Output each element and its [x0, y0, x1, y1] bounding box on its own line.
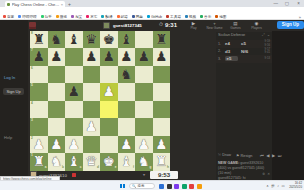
piece-bq-d8[interactable]: ♛︎: [85, 32, 97, 46]
window-close-button[interactable]: ×: [297, 1, 300, 6]
taskbar-app-icon[interactable]: [189, 184, 194, 189]
square-d4[interactable]: [83, 101, 101, 119]
player-badge: [72, 173, 76, 177]
chat-header-icons: ⊕✕: [260, 161, 270, 179]
piece-wp-a2[interactable]: ♟︎: [33, 137, 45, 151]
bookmark-favicon-icon: [185, 15, 188, 18]
bookmark-favicon-icon: [3, 15, 6, 18]
page-content: Log In Sign Up Help guest8127345 ⏱ 9:31 …: [0, 20, 304, 180]
bookmark-item[interactable]: 微博: [56, 15, 67, 19]
bookmark-label: 邮箱: [121, 15, 128, 19]
piece-bn-f6[interactable]: ♞︎: [120, 67, 132, 81]
bookmark-label: 网盘: [136, 15, 143, 19]
square-e4[interactable]: [100, 101, 118, 119]
square-g3[interactable]: [135, 118, 153, 136]
signup-button[interactable]: Sign Up: [277, 21, 304, 30]
bookmark-favicon-icon: [166, 15, 169, 18]
bookmark-label: 知乎: [45, 15, 52, 19]
search-icon: 🔍: [132, 184, 136, 188]
tray-chevron-icon[interactable]: ∧: [266, 184, 268, 188]
piece-wn-g1[interactable]: ♞︎: [138, 155, 150, 169]
bookmark-favicon-icon: [41, 15, 44, 18]
bookmark-item[interactable]: 邮箱: [117, 15, 128, 19]
square-h3[interactable]: [153, 118, 171, 136]
rank-label: 5: [31, 84, 33, 87]
bookmark-label: 工具箱: [170, 15, 181, 19]
window-maximize-button[interactable]: ▢: [285, 1, 289, 6]
piece-wn-b1[interactable]: ♞︎: [50, 155, 62, 169]
piece-wr-h1[interactable]: ♜︎: [155, 155, 167, 169]
bookmark-label: 百度: [7, 15, 14, 19]
panel-tab-new-game[interactable]: ＋New Game: [204, 21, 225, 30]
move-list: 1.e4c59:599:562.d3Nf69:579:413.e59:53: [216, 40, 272, 63]
square-f1[interactable]: f♝︎: [118, 153, 136, 171]
opponent-avatar[interactable]: [103, 22, 110, 29]
square-e7[interactable]: ♟︎: [100, 48, 118, 66]
tab-title: Play Chess Online - Chess.com: [12, 2, 60, 7]
bookmark-favicon-icon: [200, 15, 203, 18]
logo-icon: [29, 22, 36, 29]
file-label: a: [45, 166, 47, 169]
move-row: 1.e4c59:599:56: [216, 40, 272, 48]
bookmark-label: 翻译: [105, 15, 112, 19]
square-c2[interactable]: ♟︎: [65, 136, 83, 154]
tab-label: New Game: [207, 26, 223, 30]
bookmark-favicon-icon: [147, 15, 150, 18]
piece-bn-b8[interactable]: ♞︎: [50, 32, 62, 46]
move-row: 3.e59:53: [216, 55, 272, 63]
opponent-clock: ⏱ 9:31: [159, 21, 177, 28]
bookmark-item[interactable]: 百度: [3, 15, 14, 19]
tab-label: Games: [230, 26, 240, 30]
square-d6[interactable]: [83, 66, 101, 84]
square-g8[interactable]: [135, 31, 153, 49]
piece-bk-e8[interactable]: ♚︎: [103, 32, 115, 46]
rank-label: 3: [31, 119, 33, 122]
square-f3[interactable]: [118, 118, 136, 136]
bookmark-label: 京东: [90, 15, 97, 19]
ime-icon[interactable]: 拼: [271, 184, 274, 188]
bookmark-favicon-icon: [117, 15, 120, 18]
move-number: 1.: [218, 42, 225, 46]
square-g5[interactable]: [135, 83, 153, 101]
piece-wp-f2[interactable]: ♟︎: [120, 137, 132, 151]
square-a4[interactable]: 4: [30, 101, 48, 119]
taskbar: 🔍 搜索 ∧拼♪▭ 16:42 2025/5/20: [0, 180, 304, 190]
bookmark-favicon-icon: [132, 15, 135, 18]
chat-close-icon[interactable]: ✕: [267, 172, 270, 176]
square-c3[interactable]: [65, 118, 83, 136]
move-times: 9:579:41: [265, 48, 270, 55]
file-label: f: [133, 166, 134, 169]
square-d8[interactable]: ♛︎: [83, 31, 101, 49]
square-d1[interactable]: d♛︎: [83, 153, 101, 171]
file-label: b: [62, 166, 64, 169]
collapse-icon[interactable]: ⌄: [267, 33, 270, 37]
square-e2[interactable]: [100, 136, 118, 154]
piece-wk-e1[interactable]: ♚︎: [103, 155, 115, 169]
piece-bp-c5[interactable]: ♟︎: [68, 85, 80, 99]
sidebar-help-link[interactable]: Help: [4, 135, 12, 140]
square-f8[interactable]: ♝︎: [118, 31, 136, 49]
piece-wp-c2[interactable]: ♟︎: [68, 137, 80, 151]
panel-tab-games[interactable]: ▤Games: [225, 21, 246, 30]
taskbar-app-icon[interactable]: [182, 184, 187, 189]
square-d7[interactable]: ♟︎: [83, 48, 101, 66]
piece-wb-f1[interactable]: ♝︎: [120, 155, 132, 169]
move-white[interactable]: e4: [225, 41, 241, 46]
bookmark-item[interactable]: 工具箱: [166, 15, 181, 19]
bookmark-item[interactable]: 哔哩哔哩: [18, 15, 36, 19]
square-f2[interactable]: ♟︎: [118, 136, 136, 154]
move-times: 9:53: [265, 57, 270, 60]
square-c7[interactable]: [65, 48, 83, 66]
expand-icon[interactable]: ⤢: [262, 33, 265, 37]
square-f4[interactable]: [118, 101, 136, 119]
square-g4[interactable]: [135, 101, 153, 119]
piece-bp-f7[interactable]: ♟︎: [120, 50, 132, 64]
browser-tab-bar: Play Chess Online - Chess.com × + — ▢ ×: [0, 0, 304, 7]
square-h2[interactable]: ♟︎: [153, 136, 171, 154]
opponent-name[interactable]: guest8127345: [113, 23, 142, 28]
volume-icon[interactable]: ♪: [277, 184, 279, 188]
bookmark-item[interactable]: 音乐: [200, 15, 211, 19]
game-controls: ½ Draw ⚑ Resign ⏮◀▶⏭: [216, 151, 272, 159]
move-black[interactable]: Nf6: [241, 49, 257, 54]
square-e6[interactable]: [100, 66, 118, 84]
game-panel: Sicilian Defense ⤢ ⌄ 1.e4c59:599:562.d3N…: [216, 32, 272, 180]
panel-tab-play[interactable]: ▶Play: [183, 21, 204, 30]
square-e5[interactable]: ♟︎: [100, 83, 118, 101]
bookmark-label: 微博: [60, 15, 67, 19]
screen: Play Chess Online - Chess.com × + — ▢ × …: [0, 0, 304, 190]
bookmark-favicon-icon: [86, 15, 89, 18]
piece-bp-d7[interactable]: ♟︎: [85, 50, 97, 64]
move-black[interactable]: c5: [241, 41, 257, 46]
square-a8[interactable]: 8♜︎: [30, 31, 48, 49]
square-f5[interactable]: [118, 83, 136, 101]
file-label: c: [80, 166, 82, 169]
square-e1[interactable]: e♚︎: [100, 153, 118, 171]
square-a3[interactable]: 3: [30, 118, 48, 136]
piece-bb-f8[interactable]: ♝︎: [120, 32, 132, 46]
square-e3[interactable]: [100, 118, 118, 136]
tab-label: Players: [251, 26, 262, 30]
next-move-icon[interactable]: ▶: [272, 153, 275, 158]
taskbar-app-icon[interactable]: [197, 184, 202, 189]
piece-bp-b7[interactable]: ♟︎: [50, 50, 62, 64]
piece-wp-b2[interactable]: ♟︎: [50, 137, 62, 151]
taskbar-apps: [159, 184, 204, 189]
piece-bp-g7[interactable]: ♟︎: [138, 50, 150, 64]
bookmark-label: 地图: [219, 15, 226, 19]
move-nav-buttons: ⏮◀▶⏭: [257, 153, 281, 158]
add-time-icon[interactable]: ＋: [142, 172, 146, 177]
square-g1[interactable]: g♞︎: [135, 153, 153, 171]
taskbar-search-input[interactable]: 🔍 搜索: [129, 183, 155, 190]
chat-area: ⊕✕ NEW GAME: guest3392610 (400) vs guest…: [216, 160, 272, 180]
square-a6[interactable]: 6: [30, 66, 48, 84]
bookmark-item[interactable]: 视频: [185, 15, 196, 19]
piece-bp-a7[interactable]: ♟︎: [33, 50, 45, 64]
square-c1[interactable]: c♝︎: [65, 153, 83, 171]
clock-icon: ⏱: [159, 21, 163, 28]
file-label: g: [150, 166, 152, 169]
square-c4[interactable]: [65, 101, 83, 119]
tab-favicon-icon: [7, 3, 10, 6]
opening-name: Sicilian Defense: [218, 33, 260, 37]
taskbar-app-icon[interactable]: [159, 184, 164, 189]
square-c8[interactable]: ♝︎: [65, 31, 83, 49]
window-minimize-button[interactable]: —: [274, 1, 279, 6]
square-h4[interactable]: [153, 101, 171, 119]
last-move-icon[interactable]: ⏭: [278, 153, 282, 158]
piece-br-h8[interactable]: ♜︎: [155, 32, 167, 46]
square-e8[interactable]: ♚︎: [100, 31, 118, 49]
piece-wp-g2[interactable]: ♟︎: [138, 137, 150, 151]
move-white[interactable]: d3: [225, 49, 241, 54]
bookmark-item[interactable]: 京东: [86, 15, 97, 19]
square-h6[interactable]: [153, 66, 171, 84]
file-label: h: [167, 166, 169, 169]
opening-row: Sicilian Defense ⤢ ⌄: [218, 33, 270, 37]
panel-right-margin: [272, 31, 304, 180]
square-g6[interactable]: [135, 66, 153, 84]
bookmark-favicon-icon: [71, 15, 74, 18]
rank-label: 4: [31, 102, 33, 105]
square-a2[interactable]: 2♟︎: [30, 136, 48, 154]
square-g2[interactable]: ♟︎: [135, 136, 153, 154]
bookmark-favicon-icon: [18, 15, 21, 18]
bookmark-item[interactable]: 翻译: [101, 15, 112, 19]
bookmark-item[interactable]: GitHub: [147, 15, 162, 19]
move-number: 2.: [218, 49, 225, 53]
square-a7[interactable]: 7♟︎: [30, 48, 48, 66]
taskbar-app-icon[interactable]: [174, 184, 179, 189]
square-h7[interactable]: ♟︎: [153, 48, 171, 66]
left-sidebar: Log In Sign Up Help: [0, 20, 28, 180]
square-b8[interactable]: ♞︎: [48, 31, 66, 49]
bookmark-item[interactable]: 知乎: [41, 15, 52, 19]
chat-add-icon[interactable]: ⊕: [262, 172, 265, 176]
square-f6[interactable]: ♞︎: [118, 66, 136, 84]
piece-br-a8[interactable]: ♜︎: [33, 32, 45, 46]
bookmark-favicon-icon: [215, 15, 218, 18]
file-label: d: [97, 166, 99, 169]
square-b6[interactable]: [48, 66, 66, 84]
square-b2[interactable]: ♟︎: [48, 136, 66, 154]
square-g7[interactable]: ♟︎: [135, 48, 153, 66]
bookmark-label: 哔哩哔哩: [22, 15, 36, 19]
square-f7[interactable]: ♟︎: [118, 48, 136, 66]
rank-label: 6: [31, 67, 33, 70]
move-number: 3.: [218, 57, 225, 61]
square-d3[interactable]: ♟︎: [83, 118, 101, 136]
piece-wb-c1[interactable]: ♝︎: [68, 155, 80, 169]
piece-wp-h2[interactable]: ♟︎: [155, 137, 167, 151]
bookmark-favicon-icon: [101, 15, 104, 18]
system-tray: ∧拼♪▭ 16:42 2025/5/20: [266, 182, 302, 189]
square-d5[interactable]: [83, 83, 101, 101]
bookmark-favicon-icon: [56, 15, 59, 18]
bookmark-item[interactable]: 淘宝: [71, 15, 82, 19]
player-clock: 9:53: [150, 171, 178, 179]
bookmark-item[interactable]: 地图: [215, 15, 226, 19]
bookmark-label: GitHub: [151, 15, 162, 19]
square-c5[interactable]: ♟︎: [65, 83, 83, 101]
prev-move-icon[interactable]: ◀: [266, 153, 269, 158]
piece-wp-e5[interactable]: ♟︎: [103, 85, 115, 99]
piece-wp-d3[interactable]: ♟︎: [85, 120, 97, 134]
square-b1[interactable]: b♞︎: [48, 153, 66, 171]
tab-label: Play: [190, 26, 196, 30]
resign-button[interactable]: ⚑ Resign: [236, 153, 252, 158]
bookmark-label: 淘宝: [75, 15, 82, 19]
square-h5[interactable]: [153, 83, 171, 101]
square-h8[interactable]: ♜︎: [153, 31, 171, 49]
move-row: 2.d3Nf69:579:41: [216, 48, 272, 56]
piece-bb-c8[interactable]: ♝︎: [68, 32, 80, 46]
square-h1[interactable]: h♜︎: [153, 153, 171, 171]
square-b5[interactable]: [48, 83, 66, 101]
piece-bp-e7[interactable]: ♟︎: [103, 50, 115, 64]
piece-bp-h7[interactable]: ♟︎: [155, 50, 167, 64]
square-b3[interactable]: [48, 118, 66, 136]
bookmark-label: 视频: [189, 15, 196, 19]
piece-wq-d1[interactable]: ♛︎: [85, 155, 97, 169]
windows-start-icon[interactable]: [120, 184, 125, 189]
bookmark-item[interactable]: 网盘: [132, 15, 143, 19]
sidebar-signup-button[interactable]: Sign Up: [3, 88, 24, 95]
square-c6[interactable]: [65, 66, 83, 84]
sidebar-login-link[interactable]: Log In: [4, 75, 15, 80]
piece-wr-a1[interactable]: ♜︎: [33, 155, 45, 169]
taskbar-app-icon[interactable]: [167, 184, 172, 189]
square-a1[interactable]: 1a♜︎: [30, 153, 48, 171]
first-move-icon[interactable]: ⏮: [260, 153, 264, 158]
panel-tab-players[interactable]: ◉Players: [246, 21, 267, 30]
square-b4[interactable]: [48, 101, 66, 119]
square-b7[interactable]: ♟︎: [48, 48, 66, 66]
file-label: e: [115, 166, 117, 169]
draw-button[interactable]: ½ Draw: [218, 153, 231, 157]
battery-icon[interactable]: ▭: [281, 184, 284, 188]
tab-close-icon[interactable]: ×: [61, 2, 63, 7]
taskbar-clock[interactable]: 16:42 2025/5/20: [289, 182, 302, 189]
move-white[interactable]: e5: [225, 56, 238, 61]
chess-board[interactable]: 8♜︎♞︎♝︎♛︎♚︎♝︎♜︎7♟︎♟︎♟︎♟︎♟︎♟︎♟︎6♞︎5♟︎♟︎43…: [30, 31, 170, 171]
square-d2[interactable]: [83, 136, 101, 154]
square-a5[interactable]: 5: [30, 83, 48, 101]
bookmark-label: 音乐: [204, 15, 211, 19]
